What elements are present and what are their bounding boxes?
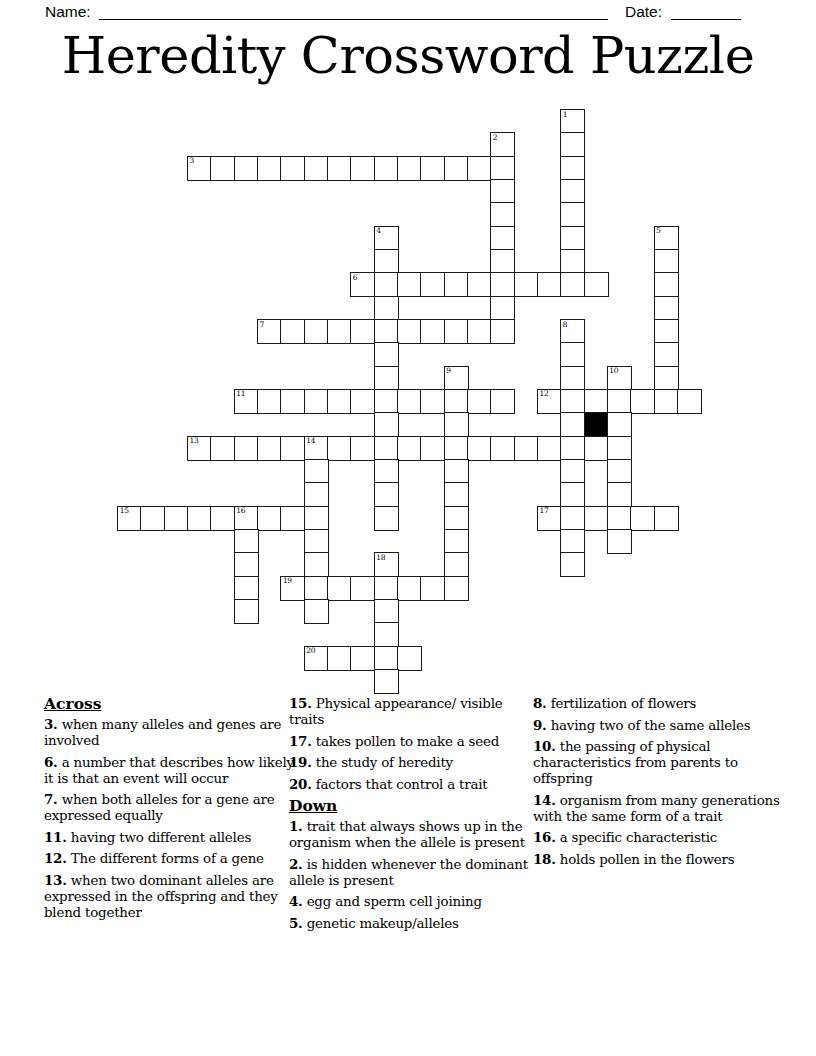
cell-r17c0[interactable]: 15 [117,506,142,531]
cell-r2c8[interactable] [304,156,329,181]
clue-number-label: 14. [533,792,556,808]
cell-r12c10[interactable] [350,389,375,414]
cell-number-17: 17 [539,507,548,515]
cell-r18c21[interactable] [607,529,632,554]
cell-r9c19[interactable]: 8 [560,319,585,344]
cell-r7c11[interactable] [374,272,399,297]
cell-r10c23[interactable] [654,342,679,367]
cell-r24c11[interactable] [374,669,399,694]
down-clue-9: 9. having two of the same alleles [533,717,797,734]
cell-number-9: 9 [446,367,450,375]
cell-r15c8[interactable] [304,459,329,484]
black-cell-r13c20 [584,412,609,437]
page-title: Heredity Crossword Puzzle [0,27,816,86]
cell-r16c14[interactable] [444,482,469,507]
cell-r12c23[interactable] [654,389,679,414]
cell-r5c23[interactable]: 5 [654,226,679,251]
across-clue-11: 11. having two different alleles [44,829,294,846]
cell-r16c19[interactable] [560,482,585,507]
cell-number-16: 16 [236,507,245,515]
cell-r12c22[interactable] [630,389,655,414]
across-clue-7: 7. when both alleles for a gene are expr… [44,791,294,824]
cell-r2c13[interactable] [420,156,445,181]
cell-number-5: 5 [656,227,660,235]
cell-r20c14[interactable] [444,576,469,601]
cell-r11c14[interactable]: 9 [444,366,469,391]
cell-r10c11[interactable] [374,342,399,367]
cell-r12c14[interactable] [444,389,469,414]
cell-r9c13[interactable] [420,319,445,344]
cell-r13c21[interactable] [607,412,632,437]
cell-r23c8[interactable]: 20 [304,646,329,671]
cell-r17c20[interactable] [584,506,609,531]
date-label: Date: [625,4,662,20]
cell-r0c19[interactable]: 1 [560,109,585,134]
cell-r17c23[interactable] [654,506,679,531]
cell-r5c19[interactable] [560,226,585,251]
name-label: Name: [45,4,91,20]
across-clue-13: 13. when two dominant alleles are expres… [44,872,294,921]
cell-r9c9[interactable] [327,319,352,344]
cell-r12c21[interactable] [607,389,632,414]
cell-r17c18[interactable]: 17 [537,506,562,531]
cell-r7c17[interactable] [514,272,539,297]
cell-r7c18[interactable] [537,272,562,297]
cell-r12c7[interactable] [280,389,305,414]
cell-r17c2[interactable] [164,506,189,531]
down-clue-14: 14. organism from many generations with … [533,792,797,825]
cell-r8c16[interactable] [490,296,515,321]
cell-r23c10[interactable] [350,646,375,671]
cell-r14c20[interactable] [584,436,609,461]
cell-r14c4[interactable] [210,436,235,461]
across-clue-12: 12. The different forms of a gene [44,850,294,867]
clue-column-3: 8. fertilization of flowers9. having two… [533,695,797,872]
cell-r12c8[interactable] [304,389,329,414]
clue-number-label: 16. [533,829,556,845]
cell-r9c15[interactable] [467,319,492,344]
cell-r18c5[interactable] [234,529,259,554]
down-clue-5: 5. genetic makeup/alleles [289,915,535,932]
cell-r2c7[interactable] [280,156,305,181]
cell-r12c9[interactable] [327,389,352,414]
cell-r19c19[interactable] [560,552,585,577]
cell-r14c9[interactable] [327,436,352,461]
cell-r21c5[interactable] [234,599,259,624]
clue-number-label: 13. [44,872,67,888]
cell-r7c19[interactable] [560,272,585,297]
cell-r14c21[interactable] [607,436,632,461]
cell-r14c16[interactable] [490,436,515,461]
down-clue-1: 1. trait that always shows up in the org… [289,818,535,851]
cell-r19c14[interactable] [444,552,469,577]
cell-r18c19[interactable] [560,529,585,554]
cell-number-20: 20 [306,647,315,655]
across-clue-3: 3. when many alleles and genes are invol… [44,716,294,749]
cell-r6c16[interactable] [490,249,515,274]
cell-r9c6[interactable]: 7 [257,319,282,344]
cell-r20c7[interactable]: 19 [280,576,305,601]
across-clue-17: 17. takes pollen to make a seed [289,733,535,750]
cell-r12c13[interactable] [420,389,445,414]
cell-r5c16[interactable] [490,226,515,251]
clue-number-label: 8. [533,695,547,711]
cell-r7c20[interactable] [584,272,609,297]
cell-r13c14[interactable] [444,412,469,437]
cell-r23c12[interactable] [397,646,422,671]
cell-r23c9[interactable] [327,646,352,671]
cell-r9c23[interactable] [654,319,679,344]
cell-r21c11[interactable] [374,599,399,624]
cell-r14c19[interactable] [560,436,585,461]
cell-r9c8[interactable] [304,319,329,344]
cell-r7c16[interactable] [490,272,515,297]
cell-r11c23[interactable] [654,366,679,391]
name-input-line[interactable] [99,3,608,20]
cell-r2c12[interactable] [397,156,422,181]
clue-number-label: 20. [289,776,312,792]
cell-r7c23[interactable] [654,272,679,297]
across-clue-19: 19. the study of heredity [289,754,535,771]
cell-r14c8[interactable]: 14 [304,436,329,461]
cell-r17c4[interactable] [210,506,235,531]
cell-r18c8[interactable] [304,529,329,554]
cell-r7c15[interactable] [467,272,492,297]
cell-r11c19[interactable] [560,366,585,391]
cell-r20c8[interactable] [304,576,329,601]
cell-r6c11[interactable] [374,249,399,274]
cell-r16c11[interactable] [374,482,399,507]
cell-r7c12[interactable] [397,272,422,297]
cell-r14c12[interactable] [397,436,422,461]
down-clue-2: 2. is hidden whenever the dominant allel… [289,856,535,889]
cell-r2c11[interactable] [374,156,399,181]
clue-number-label: 12. [44,850,67,866]
cell-r14c10[interactable] [350,436,375,461]
clue-number-label: 7. [44,791,58,807]
across-clue-6: 6. a number that describes how likely it… [44,754,294,787]
cell-r20c13[interactable] [420,576,445,601]
cell-r14c17[interactable] [514,436,539,461]
cell-r12c19[interactable] [560,389,585,414]
down-clue-8: 8. fertilization of flowers [533,695,797,712]
cell-r1c19[interactable] [560,132,585,157]
cell-r6c23[interactable] [654,249,679,274]
cell-r11c21[interactable]: 10 [607,366,632,391]
cell-number-14: 14 [306,437,315,445]
cell-r8c11[interactable] [374,296,399,321]
cell-r8c23[interactable] [654,296,679,321]
cell-r20c10[interactable] [350,576,375,601]
cell-r23c11[interactable] [374,646,399,671]
cell-number-3: 3 [190,157,194,165]
cell-r12c6[interactable] [257,389,282,414]
cell-r9c12[interactable] [397,319,422,344]
cell-number-1: 1 [563,111,567,119]
cell-r19c11[interactable]: 18 [374,552,399,577]
date-input-line[interactable] [671,3,741,20]
cell-r20c12[interactable] [397,576,422,601]
cell-r2c5[interactable] [234,156,259,181]
cell-r6c19[interactable] [560,249,585,274]
cell-number-11: 11 [236,390,245,398]
cell-r2c15[interactable] [467,156,492,181]
cell-r15c11[interactable] [374,459,399,484]
cell-r7c13[interactable] [420,272,445,297]
cell-number-18: 18 [376,554,385,562]
down-clue-18: 18. holds pollen in the flowers [533,851,797,868]
cell-r14c18[interactable] [537,436,562,461]
cell-r7c14[interactable] [444,272,469,297]
cell-r13c11[interactable] [374,412,399,437]
cell-r14c5[interactable] [234,436,259,461]
cell-r9c16[interactable] [490,319,515,344]
cell-r14c3[interactable]: 13 [187,436,212,461]
clue-number-label: 1. [289,818,303,834]
clue-number-label: 18. [533,851,556,867]
clue-number-label: 6. [44,754,58,770]
cell-r14c6[interactable] [257,436,282,461]
cell-r9c10[interactable] [350,319,375,344]
cell-r18c14[interactable] [444,529,469,554]
clue-number-label: 11. [44,829,67,845]
cell-r12c18[interactable]: 12 [537,389,562,414]
cell-r17c6[interactable] [257,506,282,531]
cell-r16c21[interactable] [607,482,632,507]
cell-r2c3[interactable]: 3 [187,156,212,181]
cell-r15c14[interactable] [444,459,469,484]
cell-r9c7[interactable] [280,319,305,344]
down-clue-16: 16. a specific characteristic [533,829,797,846]
cell-r17c21[interactable] [607,506,632,531]
cell-r21c8[interactable] [304,599,329,624]
cell-number-2: 2 [493,134,497,142]
cell-r9c14[interactable] [444,319,469,344]
cell-number-19: 19 [283,577,292,585]
cell-r3c19[interactable] [560,179,585,204]
cell-r12c20[interactable] [584,389,609,414]
cell-r17c3[interactable] [187,506,212,531]
cell-number-8: 8 [563,321,567,329]
cell-r17c1[interactable] [140,506,165,531]
cell-number-10: 10 [609,367,618,375]
cell-r13c19[interactable] [560,412,585,437]
cell-number-13: 13 [190,437,199,445]
clue-number-label: 4. [289,893,303,909]
cell-r2c19[interactable] [560,156,585,181]
clue-number-label: 2. [289,856,303,872]
clue-number-label: 5. [289,915,303,931]
across-heading: Across [44,695,294,712]
clue-column-1: Across3. when many alleles and genes are… [44,695,294,925]
cell-number-6: 6 [353,274,357,282]
clue-number-label: 9. [533,717,547,733]
cell-number-4: 4 [376,227,380,235]
cell-r9c11[interactable] [374,319,399,344]
cell-r12c15[interactable] [467,389,492,414]
cell-r12c11[interactable] [374,389,399,414]
cell-r14c15[interactable] [467,436,492,461]
down-clue-4: 4. egg and sperm cell joining [289,893,535,910]
cell-r17c14[interactable] [444,506,469,531]
cell-r11c11[interactable] [374,366,399,391]
cell-r1c16[interactable]: 2 [490,132,515,157]
cell-r17c11[interactable] [374,506,399,531]
cell-r12c5[interactable]: 11 [234,389,259,414]
cell-r3c16[interactable] [490,179,515,204]
cell-r20c11[interactable] [374,576,399,601]
cell-r17c22[interactable] [630,506,655,531]
cell-r19c5[interactable] [234,552,259,577]
clue-number-label: 15. [289,695,312,711]
clue-number-label: 19. [289,754,312,770]
cell-r20c9[interactable] [327,576,352,601]
cell-r4c19[interactable] [560,202,585,227]
cell-number-7: 7 [260,321,264,329]
cell-r2c14[interactable] [444,156,469,181]
down-clue-10: 10. the passing of physical characterist… [533,738,797,787]
cell-r12c12[interactable] [397,389,422,414]
cell-r20c5[interactable] [234,576,259,601]
across-clue-20: 20. factors that control a trait [289,776,535,793]
cell-r17c8[interactable] [304,506,329,531]
across-clue-15: 15. Physical appearance/ visible traits [289,695,535,728]
cell-number-12: 12 [539,390,548,398]
clue-number-label: 3. [44,716,58,732]
clue-number-label: 17. [289,733,312,749]
cell-r12c24[interactable] [677,389,702,414]
cell-r2c16[interactable] [490,156,515,181]
cell-r16c8[interactable] [304,482,329,507]
cell-r17c7[interactable] [280,506,305,531]
cell-r17c5[interactable]: 16 [234,506,259,531]
cell-r5c11[interactable]: 4 [374,226,399,251]
cell-number-15: 15 [120,507,129,515]
cell-r2c10[interactable] [350,156,375,181]
cell-r7c10[interactable]: 6 [350,272,375,297]
cell-r2c6[interactable] [257,156,282,181]
cell-r4c16[interactable] [490,202,515,227]
cell-r10c19[interactable] [560,342,585,367]
cell-r14c11[interactable] [374,436,399,461]
cell-r17c19[interactable] [560,506,585,531]
worksheet-page: Name: Date: Heredity Crossword Puzzle 12… [0,0,816,1056]
cell-r14c7[interactable] [280,436,305,461]
down-heading: Down [289,797,535,814]
cell-r2c9[interactable] [327,156,352,181]
cell-r22c11[interactable] [374,622,399,647]
clue-column-2: 15. Physical appearance/ visible traits1… [289,695,535,936]
cell-r2c4[interactable] [210,156,235,181]
clue-number-label: 10. [533,738,556,754]
cell-r14c14[interactable] [444,436,469,461]
cell-r19c8[interactable] [304,552,329,577]
cell-r14c13[interactable] [420,436,445,461]
cell-r15c21[interactable] [607,459,632,484]
cell-r12c16[interactable] [490,389,515,414]
cell-r15c19[interactable] [560,459,585,484]
